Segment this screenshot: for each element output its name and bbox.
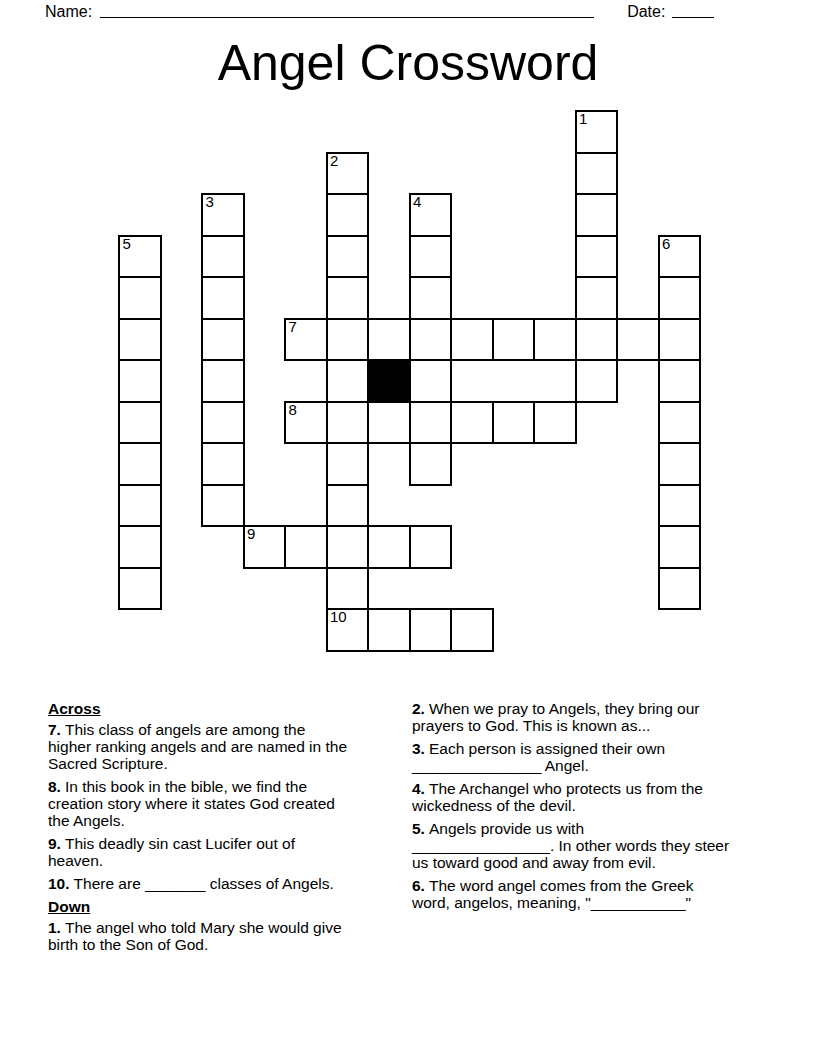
cell-clue-number: 8 — [289, 402, 297, 418]
clue-text: Angels provide us with ________________.… — [412, 820, 729, 871]
grid-cell[interactable] — [367, 608, 411, 652]
grid-cell[interactable] — [118, 484, 162, 528]
clue-text: There are _______ classes of Angels. — [74, 875, 334, 892]
clue-text: In this book in the bible, we find the c… — [48, 778, 335, 829]
clue-text: The word angel comes from the Greek word… — [412, 877, 693, 911]
grid-cell[interactable] — [409, 318, 453, 362]
clue-number-label: 8. — [48, 778, 61, 795]
grid-cell[interactable] — [658, 567, 702, 611]
clue-text: This class of angels are among the highe… — [48, 721, 347, 772]
grid-cell[interactable] — [326, 276, 370, 320]
grid-cell[interactable] — [658, 401, 702, 445]
name-input-line[interactable] — [100, 3, 594, 18]
grid-cell[interactable] — [201, 484, 245, 528]
grid-cell[interactable] — [118, 359, 162, 403]
date-label: Date: — [627, 3, 665, 20]
clue-text: The angel who told Mary she would give b… — [48, 919, 342, 953]
down-heading: Down — [48, 898, 404, 915]
crossword-grid: 12345678910 — [118, 110, 699, 650]
cell-clue-number: 3 — [206, 194, 214, 210]
grid-cell[interactable] — [575, 235, 619, 279]
clue-down-3: 3.Each person is assigned their own ____… — [412, 740, 804, 774]
cell-clue-number: 10 — [330, 609, 347, 625]
grid-cell[interactable] — [658, 276, 702, 320]
grid-cell[interactable] — [658, 359, 702, 403]
grid-cell[interactable]: 10 — [326, 608, 370, 652]
clue-text: This deadly sin cast Lucifer out of heav… — [48, 835, 295, 869]
grid-cell[interactable] — [575, 193, 619, 237]
grid-cell[interactable] — [201, 318, 245, 362]
clue-across-8: 8.In this book in the bible, we find the… — [48, 778, 404, 829]
grid-cell[interactable] — [575, 152, 619, 196]
cell-clue-number: 9 — [247, 526, 255, 542]
grid-cell[interactable] — [658, 442, 702, 486]
cell-clue-number: 7 — [289, 319, 297, 335]
grid-cell[interactable] — [201, 359, 245, 403]
grid-cell[interactable]: 9 — [243, 525, 287, 569]
clue-text: Each person is assigned their own ______… — [412, 740, 665, 774]
grid-cell[interactable] — [575, 359, 619, 403]
grid-cell[interactable] — [367, 318, 411, 362]
grid-cell[interactable]: 5 — [118, 235, 162, 279]
grid-cell[interactable] — [658, 318, 702, 362]
grid-cell[interactable] — [118, 276, 162, 320]
grid-cell[interactable] — [326, 442, 370, 486]
grid-cell[interactable] — [326, 401, 370, 445]
page-title: Angel Crossword — [0, 36, 816, 90]
clue-text: When we pray to Angels, they bring our p… — [412, 700, 699, 734]
grid-cell[interactable] — [326, 235, 370, 279]
clues-right-column: 2.When we pray to Angels, they bring our… — [412, 700, 804, 917]
grid-cell[interactable]: 1 — [575, 110, 619, 154]
grid-cell[interactable] — [409, 276, 453, 320]
grid-cell[interactable] — [409, 235, 453, 279]
cell-clue-number: 5 — [123, 236, 131, 252]
grid-cell[interactable] — [450, 401, 494, 445]
name-label: Name: — [45, 3, 92, 20]
grid-cell[interactable] — [616, 318, 660, 362]
clue-across-7: 7.This class of angels are among the hig… — [48, 721, 404, 772]
grid-cell[interactable] — [326, 525, 370, 569]
clue-down-6: 6.The word angel comes from the Greek wo… — [412, 877, 804, 911]
worksheet-page: Name: Date: Angel Crossword 12345678910 … — [0, 0, 816, 1056]
grid-cell[interactable] — [409, 442, 453, 486]
grid-cell[interactable] — [118, 525, 162, 569]
grid-cell[interactable] — [409, 525, 453, 569]
grid-cell[interactable] — [326, 484, 370, 528]
grid-cell[interactable] — [118, 442, 162, 486]
grid-cell[interactable] — [201, 401, 245, 445]
cell-clue-number: 1 — [579, 111, 587, 127]
cell-clue-number: 6 — [662, 236, 670, 252]
clue-text: The Archangel who protects us from the w… — [412, 780, 703, 814]
grid-cell[interactable] — [201, 235, 245, 279]
grid-cell[interactable]: 6 — [658, 235, 702, 279]
cell-clue-number: 4 — [413, 194, 421, 210]
grid-cell[interactable] — [533, 401, 577, 445]
clue-number-label: 2. — [412, 700, 425, 717]
grid-cell[interactable] — [118, 567, 162, 611]
grid-cell[interactable] — [367, 525, 411, 569]
grid-cell[interactable]: 7 — [284, 318, 328, 362]
grid-cell[interactable] — [284, 525, 328, 569]
grid-cell[interactable] — [450, 608, 494, 652]
clue-number-label: 10. — [48, 875, 70, 892]
grid-cell[interactable] — [575, 276, 619, 320]
grid-cell[interactable]: 2 — [326, 152, 370, 196]
clue-number-label: 9. — [48, 835, 61, 852]
grid-cell[interactable]: 8 — [284, 401, 328, 445]
cell-clue-number: 2 — [330, 153, 338, 169]
grid-cell[interactable] — [326, 359, 370, 403]
clue-number-label: 1. — [48, 919, 61, 936]
clue-number-label: 7. — [48, 721, 61, 738]
grid-cell[interactable] — [118, 318, 162, 362]
clue-across-10: 10.There are _______ classes of Angels. — [48, 875, 404, 892]
clue-number-label: 5. — [412, 820, 425, 837]
clue-number-label: 3. — [412, 740, 425, 757]
clue-down-5: 5.Angels provide us with _______________… — [412, 820, 804, 871]
grid-cell[interactable] — [658, 525, 702, 569]
grid-cell[interactable] — [118, 401, 162, 445]
grid-cell[interactable] — [326, 193, 370, 237]
grid-cell[interactable] — [450, 318, 494, 362]
header: Name: Date: — [45, 3, 714, 20]
grid-cell[interactable] — [575, 318, 619, 362]
grid-cell[interactable] — [409, 608, 453, 652]
grid-cell[interactable] — [326, 318, 370, 362]
grid-cell[interactable] — [201, 442, 245, 486]
grid-cell[interactable] — [409, 359, 453, 403]
grid-cell[interactable] — [492, 401, 536, 445]
grid-cell[interactable] — [658, 484, 702, 528]
grid-cell[interactable] — [409, 401, 453, 445]
grid-cell[interactable] — [326, 567, 370, 611]
grid-cell[interactable] — [492, 318, 536, 362]
clue-down-1: 1.The angel who told Mary she would give… — [48, 919, 404, 953]
black-cell — [367, 359, 411, 403]
clue-number-label: 6. — [412, 877, 425, 894]
grid-cell[interactable]: 4 — [409, 193, 453, 237]
clue-down-2: 2.When we pray to Angels, they bring our… — [412, 700, 804, 734]
grid-cell[interactable] — [367, 401, 411, 445]
clues-left-column: Across 7.This class of angels are among … — [48, 700, 404, 959]
clue-number-label: 4. — [412, 780, 425, 797]
grid-cell[interactable] — [533, 318, 577, 362]
clue-across-9: 9.This deadly sin cast Lucifer out of he… — [48, 835, 404, 869]
clue-down-4: 4.The Archangel who protects us from the… — [412, 780, 804, 814]
grid-cell[interactable]: 3 — [201, 193, 245, 237]
across-heading: Across — [48, 700, 404, 717]
date-input-line[interactable] — [672, 3, 714, 18]
grid-cell[interactable] — [201, 276, 245, 320]
